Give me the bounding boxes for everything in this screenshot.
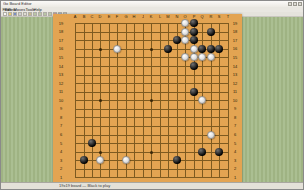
coord-left-16: 16 [59,48,64,51]
grid-hline [75,109,229,110]
status-text: 19x19 board — Black to play [59,183,110,188]
toolbar-button-paste[interactable] [28,12,32,16]
stone-black-R16[interactable] [207,45,215,53]
coord-right-17: 17 [233,39,238,42]
grid-hline [75,169,229,170]
stone-black-B3[interactable] [80,156,88,164]
coord-right-19: 19 [233,22,238,25]
stone-white-O18[interactable] [181,28,189,36]
stone-black-P11[interactable] [190,88,198,96]
coord-top-P: P [191,15,197,18]
toolbar-button-new[interactable] [3,12,7,16]
toolbar-button-prev-move[interactable] [38,12,42,16]
close-button[interactable] [298,2,302,6]
coord-top-H: H [131,15,137,18]
coord-right-18: 18 [233,31,238,34]
toolbar-button-copy[interactable] [23,12,27,16]
grid-vline [185,23,186,178]
coord-top-D: D [97,15,103,18]
coord-right-14: 14 [233,65,238,68]
coord-left-13: 13 [59,73,64,76]
grid-vline [160,23,161,178]
coord-top-S: S [216,15,222,18]
stone-white-P16[interactable] [190,45,198,53]
coord-right-12: 12 [233,82,238,85]
coord-right-15: 15 [233,56,238,59]
stone-black-N3[interactable] [173,156,181,164]
toolbar-button-open[interactable] [8,12,12,16]
stone-black-P19[interactable] [190,19,198,27]
toolbar-button-print[interactable] [18,12,22,16]
coord-left-9: 9 [59,108,64,111]
coord-top-C: C [89,15,95,18]
grid-hline [75,126,229,127]
coord-top-Q: Q [199,15,205,18]
stone-black-R18[interactable] [207,28,215,36]
stone-black-P14[interactable] [190,62,198,70]
coord-right-16: 16 [233,48,238,51]
app-window: Go Board Editor FileEditViewMovesToolsHe… [0,0,304,190]
coord-left-15: 15 [59,56,64,59]
coord-top-L: L [157,15,163,18]
toolbar-button-last-move[interactable] [48,12,52,16]
coord-right-10: 10 [233,99,238,102]
coord-right-5: 5 [233,142,238,145]
stone-black-N17[interactable] [173,36,181,44]
stone-white-R6[interactable] [207,131,215,139]
coord-left-6: 6 [59,133,64,136]
coord-top-N: N [174,15,180,18]
coord-top-K: K [148,15,154,18]
grid-vline [177,23,178,178]
star-point-K4 [150,151,153,154]
coord-left-1: 1 [59,176,64,179]
coord-right-6: 6 [233,133,238,136]
coord-right-1: 1 [233,176,238,179]
stone-white-R15[interactable] [207,53,215,61]
coord-right-3: 3 [233,159,238,162]
coord-top-E: E [106,15,112,18]
coord-top-T: T [225,15,231,18]
coord-top-A: A [72,15,78,18]
minimize-button[interactable] [288,2,292,6]
stone-black-P17[interactable] [190,36,198,44]
stone-black-P18[interactable] [190,28,198,36]
window-buttons [288,2,302,6]
coord-right-9: 9 [233,108,238,111]
coord-left-8: 8 [59,116,64,119]
stone-black-S4[interactable] [215,148,223,156]
coord-right-13: 13 [233,73,238,76]
coord-left-19: 19 [59,22,64,25]
maximize-button[interactable] [293,2,297,6]
grid-hline [75,143,229,144]
coord-right-2: 2 [233,167,238,170]
table-felt: AABBCCDDEEFFGGHHJJKKLLMMNNOOPPQQRRSSTT19… [1,17,303,183]
stone-black-S16[interactable] [215,45,223,53]
coord-left-14: 14 [59,65,64,68]
coord-right-8: 8 [233,116,238,119]
coord-right-11: 11 [233,90,238,93]
coord-top-R: R [208,15,214,18]
coord-left-10: 10 [59,99,64,102]
grid-hline [75,117,229,118]
coord-right-4: 4 [233,150,238,153]
coord-top-J: J [140,15,146,18]
coord-left-12: 12 [59,82,64,85]
coord-top-G: G [123,15,129,18]
coord-left-2: 2 [59,167,64,170]
status-bar: 19x19 board — Black to play [1,182,303,189]
grid-hline [75,135,229,136]
coord-left-18: 18 [59,31,64,34]
coord-left-3: 3 [59,159,64,162]
toolbar-button-next-move[interactable] [43,12,47,16]
toolbar-button-save[interactable] [13,12,17,16]
coord-top-O: O [182,15,188,18]
grid-hline [75,177,229,178]
coord-top-F: F [114,15,120,18]
coord-left-4: 4 [59,150,64,153]
coord-left-11: 11 [59,90,64,93]
window-title: Go Board Editor [3,1,32,6]
coord-top-B: B [81,15,87,18]
toolbar-button-first-move[interactable] [33,12,37,16]
coord-top-M: M [165,15,171,18]
stone-black-Q4[interactable] [198,148,206,156]
coord-left-5: 5 [59,142,64,145]
grid-vline [228,23,229,178]
coord-left-17: 17 [59,39,64,42]
